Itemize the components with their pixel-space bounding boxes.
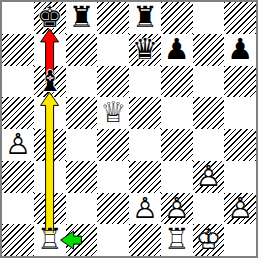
white-rook-f1[interactable]: ♜♖	[161, 224, 193, 256]
square-d1[interactable]	[97, 224, 129, 256]
white-rook-b1[interactable]: ♜♖	[34, 224, 66, 256]
square-h8[interactable]	[224, 2, 256, 34]
square-b3[interactable]	[34, 161, 66, 193]
square-g2[interactable]	[193, 193, 225, 225]
square-b6[interactable]: ♝	[34, 66, 66, 98]
square-d7[interactable]	[97, 34, 129, 66]
black-rook-e8[interactable]: ♜	[129, 2, 161, 34]
square-f7[interactable]: ♟	[161, 34, 193, 66]
square-c4[interactable]	[66, 129, 98, 161]
black-queen-e7[interactable]: ♛	[129, 34, 161, 66]
piece-outline: ♖	[161, 224, 193, 256]
square-g5[interactable]	[193, 97, 225, 129]
square-f3[interactable]	[161, 161, 193, 193]
square-a8[interactable]	[2, 2, 34, 34]
square-e2[interactable]: ♟♙	[129, 193, 161, 225]
black-king-b8[interactable]: ♚	[34, 2, 66, 34]
square-e3[interactable]	[129, 161, 161, 193]
square-a2[interactable]	[2, 193, 34, 225]
square-f8[interactable]	[161, 2, 193, 34]
square-f2[interactable]: ♟♙	[161, 193, 193, 225]
black-bishop-b6[interactable]: ♝	[34, 66, 66, 98]
square-e6[interactable]	[129, 66, 161, 98]
black-rook-c8[interactable]: ♜	[66, 2, 98, 34]
square-c6[interactable]	[66, 66, 98, 98]
white-pawn-f2[interactable]: ♟♙	[161, 193, 193, 225]
chess-board: ♚♜♜♛♟♟♝♛♕♟♙♟♙♟♙♟♙♟♙♜♖♜♖♚♔	[0, 0, 258, 258]
square-h3[interactable]	[224, 161, 256, 193]
square-a3[interactable]	[2, 161, 34, 193]
square-b2[interactable]	[34, 193, 66, 225]
square-a6[interactable]	[2, 66, 34, 98]
square-g3[interactable]: ♟♙	[193, 161, 225, 193]
square-h5[interactable]	[224, 97, 256, 129]
square-d4[interactable]	[97, 129, 129, 161]
square-c5[interactable]	[66, 97, 98, 129]
square-h6[interactable]	[224, 66, 256, 98]
square-a4[interactable]: ♟♙	[2, 129, 34, 161]
square-b1[interactable]: ♜♖	[34, 224, 66, 256]
square-h1[interactable]	[224, 224, 256, 256]
square-b7[interactable]	[34, 34, 66, 66]
square-c3[interactable]	[66, 161, 98, 193]
black-pawn-f7[interactable]: ♟	[161, 34, 193, 66]
square-c8[interactable]: ♜	[66, 2, 98, 34]
white-queen-d5[interactable]: ♛♕	[97, 97, 129, 129]
square-b8[interactable]: ♚	[34, 2, 66, 34]
white-pawn-a4[interactable]: ♟♙	[2, 129, 34, 161]
square-g4[interactable]	[193, 129, 225, 161]
square-d6[interactable]	[97, 66, 129, 98]
square-f5[interactable]	[161, 97, 193, 129]
piece-outline: ♖	[34, 224, 66, 256]
piece-outline: ♕	[97, 97, 129, 129]
square-g1[interactable]: ♚♔	[193, 224, 225, 256]
white-pawn-e2[interactable]: ♟♙	[129, 193, 161, 225]
square-g8[interactable]	[193, 2, 225, 34]
square-e1[interactable]	[129, 224, 161, 256]
black-pawn-h7[interactable]: ♟	[224, 34, 256, 66]
square-h2[interactable]: ♟♙	[224, 193, 256, 225]
square-a1[interactable]	[2, 224, 34, 256]
square-e8[interactable]: ♜	[129, 2, 161, 34]
square-b4[interactable]	[34, 129, 66, 161]
square-e4[interactable]	[129, 129, 161, 161]
square-e7[interactable]: ♛	[129, 34, 161, 66]
square-c7[interactable]	[66, 34, 98, 66]
square-e5[interactable]	[129, 97, 161, 129]
piece-outline: ♙	[161, 193, 193, 225]
square-g7[interactable]	[193, 34, 225, 66]
square-h4[interactable]	[224, 129, 256, 161]
white-pawn-g3[interactable]: ♟♙	[193, 161, 225, 193]
square-d8[interactable]	[97, 2, 129, 34]
piece-outline: ♔	[193, 224, 225, 256]
square-d5[interactable]: ♛♕	[97, 97, 129, 129]
square-a7[interactable]	[2, 34, 34, 66]
square-f6[interactable]	[161, 66, 193, 98]
square-f4[interactable]	[161, 129, 193, 161]
square-h7[interactable]: ♟	[224, 34, 256, 66]
piece-outline: ♙	[224, 193, 256, 225]
square-d3[interactable]	[97, 161, 129, 193]
white-king-g1[interactable]: ♚♔	[193, 224, 225, 256]
square-f1[interactable]: ♜♖	[161, 224, 193, 256]
piece-outline: ♙	[2, 129, 34, 161]
square-d2[interactable]	[97, 193, 129, 225]
board-squares: ♚♜♜♛♟♟♝♛♕♟♙♟♙♟♙♟♙♟♙♜♖♜♖♚♔	[2, 2, 256, 256]
square-b5[interactable]	[34, 97, 66, 129]
piece-outline: ♙	[193, 161, 225, 193]
white-pawn-h2[interactable]: ♟♙	[224, 193, 256, 225]
square-c2[interactable]	[66, 193, 98, 225]
square-c1[interactable]	[66, 224, 98, 256]
square-a5[interactable]	[2, 97, 34, 129]
piece-outline: ♙	[129, 193, 161, 225]
square-g6[interactable]	[193, 66, 225, 98]
